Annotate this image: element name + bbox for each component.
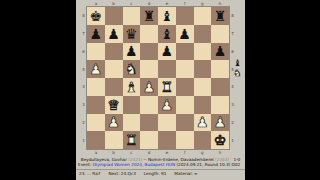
next-move: Next: 24.Qc3 (108, 171, 135, 176)
rank-label-1: 1 (81, 131, 86, 149)
last-move: 23. ... Ra7 (79, 171, 100, 176)
rank-labels-right: 87654321 (230, 7, 235, 149)
rank-label-8: 8 (230, 7, 235, 25)
square-h1: ♚ (211, 131, 229, 149)
event-link[interactable]: Olympiad Women 2024, Budapest HUN (93, 162, 175, 167)
square-a3 (87, 96, 105, 114)
square-h2: ♟ (211, 114, 229, 132)
black-player-name: Nomin-Erdene, Davaademberel (148, 157, 214, 162)
white-bishop-piece: ♝ (125, 80, 138, 94)
file-label-b: b (105, 151, 123, 155)
square-a2 (87, 114, 105, 132)
file-label-h: h (211, 2, 229, 6)
file-label-a: a (87, 151, 105, 155)
square-e8: ♝ (158, 7, 176, 25)
white-player-name: Beydullayeva, Govhar (81, 157, 127, 162)
rank-label-7: 7 (230, 25, 235, 43)
square-d1 (140, 131, 158, 149)
square-c6: ♟ (123, 43, 141, 61)
square-d2 (140, 114, 158, 132)
chess-board: ♚♜♝♜♟♟♛♝♟♟♟♟♟♞♝♟♜♛♟♟♟♟♜♚ (87, 7, 229, 149)
square-d6 (140, 43, 158, 61)
square-a5: ♟ (87, 60, 105, 78)
game-info-footer: Beydullayeva, Govhar (2421) -- Nomin-Erd… (76, 157, 245, 176)
rank-label-3: 3 (230, 96, 235, 114)
file-labels-top: abcdefgh (87, 2, 229, 6)
players-separator: -- (144, 157, 147, 162)
square-f5 (176, 60, 194, 78)
black-rook-piece: ♜ (214, 9, 227, 23)
square-h3 (211, 96, 229, 114)
file-label-g: g (194, 151, 212, 155)
square-b7: ♟ (105, 25, 123, 43)
white-knight-piece: ♞ (125, 62, 138, 76)
white-king-piece: ♚ (214, 133, 227, 147)
black-rook-piece: ♜ (143, 9, 156, 23)
square-d8: ♜ (140, 7, 158, 25)
file-label-h: h (211, 151, 229, 155)
square-c7: ♛ (123, 25, 141, 43)
rank-label-5: 5 (81, 60, 86, 78)
square-f3 (176, 96, 194, 114)
eco-code: D02 (232, 162, 241, 167)
status-line: 23. ... Ra7 Next: 24.Qc3 Length: 91 Mate… (76, 169, 245, 176)
square-b1 (105, 131, 123, 149)
black-queen-piece: ♛ (125, 27, 138, 41)
white-queen-piece: ♛ (107, 98, 120, 112)
white-pawn-piece: ♟ (214, 115, 227, 129)
square-e5 (158, 60, 176, 78)
square-c4: ♝ (123, 78, 141, 96)
square-g2: ♟ (194, 114, 212, 132)
square-f8 (176, 7, 194, 25)
white-rook-piece: ♜ (125, 133, 138, 147)
square-h8: ♜ (211, 7, 229, 25)
file-labels-bottom: abcdefgh (87, 151, 229, 155)
white-pawn-piece: ♟ (90, 62, 103, 76)
black-pawn-piece: ♟ (90, 27, 103, 41)
event-label: Event: (78, 162, 91, 167)
rank-label-1: 1 (230, 131, 235, 149)
rank-label-3: 3 (81, 96, 86, 114)
rank-label-4: 4 (81, 78, 86, 96)
file-label-d: d (140, 151, 158, 155)
square-c1: ♜ (123, 131, 141, 149)
square-g6 (194, 43, 212, 61)
black-pawn-piece: ♟ (161, 44, 174, 58)
material-imbalance-tray: ♝ ♞ (231, 59, 244, 78)
square-f6 (176, 43, 194, 61)
square-h6: ♟ (211, 43, 229, 61)
white-pawn-piece: ♟ (143, 80, 156, 94)
black-king-piece: ♚ (90, 9, 103, 23)
event-details: (2024.09.21, Round 10.3) (176, 162, 230, 167)
black-pawn-piece: ♟ (107, 27, 120, 41)
file-label-f: f (176, 2, 194, 6)
file-label-e: e (158, 2, 176, 6)
square-d3 (140, 96, 158, 114)
rank-label-2: 2 (230, 114, 235, 132)
rank-label-8: 8 (81, 7, 86, 25)
file-label-c: c (123, 2, 141, 6)
material-label: Material: = (174, 171, 197, 176)
square-f2 (176, 114, 194, 132)
video-frame: { "game": "chess", "position": { "fen": … (0, 0, 320, 180)
file-label-d: d (140, 2, 158, 6)
square-b5 (105, 60, 123, 78)
square-d5 (140, 60, 158, 78)
square-f1 (176, 131, 194, 149)
black-bishop-piece: ♝ (161, 27, 174, 41)
file-label-g: g (194, 2, 212, 6)
rank-label-6: 6 (81, 43, 86, 61)
left-letterbox (0, 0, 76, 180)
square-g3 (194, 96, 212, 114)
rank-label-7: 7 (81, 25, 86, 43)
white-pawn-piece: ♟ (107, 115, 120, 129)
square-g8 (194, 7, 212, 25)
square-h5 (211, 60, 229, 78)
square-a6 (87, 43, 105, 61)
rank-label-4: 4 (230, 78, 235, 96)
square-e3: ♟ (158, 96, 176, 114)
game-result: 1-0 (233, 157, 240, 162)
captured-black-bishop-icon: ♝ (233, 59, 241, 68)
rank-label-2: 2 (81, 114, 86, 132)
black-player-rating: (2344) (215, 157, 229, 162)
white-pawn-piece: ♟ (161, 98, 174, 112)
square-g5 (194, 60, 212, 78)
white-player-rating: (2421) (128, 157, 142, 162)
square-f7: ♟ (176, 25, 194, 43)
square-c8 (123, 7, 141, 25)
square-g7 (194, 25, 212, 43)
black-pawn-piece: ♟ (178, 27, 191, 41)
file-label-c: c (123, 151, 141, 155)
black-pawn-piece: ♟ (125, 44, 138, 58)
square-h4 (211, 78, 229, 96)
file-label-a: a (87, 2, 105, 6)
right-letterbox (245, 0, 320, 180)
file-label-e: e (158, 151, 176, 155)
square-a7: ♟ (87, 25, 105, 43)
file-label-b: b (105, 2, 123, 6)
square-e1 (158, 131, 176, 149)
white-rook-piece: ♜ (161, 80, 174, 94)
square-g1 (194, 131, 212, 149)
square-f4 (176, 78, 194, 96)
square-b6 (105, 43, 123, 61)
chess-diagram-panel: abcdefgh 87654321 ♚♜♝♜♟♟♛♝♟♟♟♟♟♞♝♟♜♛♟♟♟♟… (76, 0, 245, 180)
square-c3 (123, 96, 141, 114)
square-e7: ♝ (158, 25, 176, 43)
square-e4: ♜ (158, 78, 176, 96)
square-d4: ♟ (140, 78, 158, 96)
square-b4 (105, 78, 123, 96)
captured-white-knight-icon: ♞ (233, 69, 241, 78)
square-a1 (87, 131, 105, 149)
black-bishop-piece: ♝ (161, 9, 174, 23)
square-a4 (87, 78, 105, 96)
event-line: Event: Olympiad Women 2024, Budapest HUN… (76, 162, 245, 167)
game-length: Length: 91 (144, 171, 167, 176)
square-d7 (140, 25, 158, 43)
square-e6: ♟ (158, 43, 176, 61)
black-pawn-piece: ♟ (214, 44, 227, 58)
file-label-f: f (176, 151, 194, 155)
square-b3: ♛ (105, 96, 123, 114)
square-h7 (211, 25, 229, 43)
square-c5: ♞ (123, 60, 141, 78)
square-b8 (105, 7, 123, 25)
square-e2 (158, 114, 176, 132)
white-pawn-piece: ♟ (196, 115, 209, 129)
rank-labels-left: 87654321 (81, 7, 86, 149)
square-g4 (194, 78, 212, 96)
square-a8: ♚ (87, 7, 105, 25)
square-b2: ♟ (105, 114, 123, 132)
square-c2 (123, 114, 141, 132)
